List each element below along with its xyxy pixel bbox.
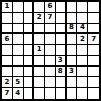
sudoku-cell-r6c2[interactable] [13,56,24,67]
sudoku-cell-r8c4[interactable] [34,77,45,88]
sudoku-cell-r3c3[interactable] [24,24,35,35]
sudoku-cell-r3c1[interactable] [2,24,13,35]
sudoku-cell-r6c7[interactable] [67,56,78,67]
sudoku-cell-r9c3[interactable] [24,88,35,99]
sudoku-cell-r3c4[interactable] [34,24,45,35]
sudoku-cell-r8c3[interactable] [24,77,35,88]
sudoku-cell-r8c6[interactable] [56,77,67,88]
sudoku-cell-r7c6[interactable]: 8 [56,67,67,78]
sudoku-cell-r7c5[interactable] [45,67,56,78]
sudoku-cell-r5c2[interactable] [13,45,24,56]
sudoku-cell-r1c7[interactable] [67,2,78,13]
sudoku-cell-r1c3[interactable] [24,2,35,13]
sudoku-cell-r6c9[interactable] [88,56,99,67]
sudoku-cell-r3c2[interactable] [13,24,24,35]
sudoku-cell-r9c4[interactable] [34,88,45,99]
sudoku-cell-r6c8[interactable] [77,56,88,67]
sudoku-cell-r2c8[interactable] [77,13,88,24]
sudoku-cell-r8c2[interactable]: 5 [13,77,24,88]
sudoku-cell-r3c7[interactable]: 8 [67,24,78,35]
sudoku-cell-r5c6[interactable] [56,45,67,56]
sudoku-cell-r4c2[interactable] [13,34,24,45]
sudoku-cell-r8c9[interactable] [88,77,99,88]
sudoku-cell-r6c5[interactable] [45,56,56,67]
sudoku-cell-r1c6[interactable] [56,2,67,13]
sudoku-cell-r7c4[interactable] [34,67,45,78]
sudoku-cell-r4c8[interactable]: 2 [77,34,88,45]
sudoku-cell-r6c1[interactable] [2,56,13,67]
sudoku-cell-r1c9[interactable] [88,2,99,13]
sudoku-cell-r2c2[interactable] [13,13,24,24]
sudoku-cell-r1c8[interactable] [77,2,88,13]
sudoku-cell-r2c4[interactable]: 2 [34,13,45,24]
sudoku-cell-r3c9[interactable] [88,24,99,35]
sudoku-cell-r5c9[interactable] [88,45,99,56]
sudoku-cell-r2c7[interactable] [67,13,78,24]
sudoku-cell-r1c2[interactable] [13,2,24,13]
sudoku-cell-r9c9[interactable] [88,88,99,99]
sudoku-cell-r7c8[interactable] [77,67,88,78]
sudoku-cell-r3c6[interactable] [56,24,67,35]
sudoku-cell-r9c1[interactable]: 7 [2,88,13,99]
sudoku-cell-r9c5[interactable] [45,88,56,99]
sudoku-cell-r9c6[interactable] [56,88,67,99]
sudoku-cell-r1c5[interactable]: 6 [45,2,56,13]
sudoku-cell-r7c7[interactable]: 3 [67,67,78,78]
sudoku-cell-r5c1[interactable] [2,45,13,56]
sudoku-cell-r4c6[interactable] [56,34,67,45]
sudoku-cell-r7c3[interactable] [24,67,35,78]
sudoku-cell-r9c8[interactable] [77,88,88,99]
sudoku-cell-r2c1[interactable] [2,13,13,24]
sudoku-cell-r5c8[interactable] [77,45,88,56]
sudoku-cell-r4c7[interactable] [67,34,78,45]
sudoku-cell-r6c6[interactable]: 3 [56,56,67,67]
sudoku-cell-r7c2[interactable] [13,67,24,78]
sudoku-cell-r4c4[interactable] [34,34,45,45]
sudoku-cell-r4c5[interactable] [45,34,56,45]
sudoku-cell-r5c4[interactable]: 1 [34,45,45,56]
sudoku-cell-r3c8[interactable]: 4 [77,24,88,35]
sudoku-cell-r6c4[interactable] [34,56,45,67]
sudoku-cell-r2c3[interactable] [24,13,35,24]
sudoku-cell-r8c7[interactable] [67,77,78,88]
sudoku-cell-r2c9[interactable] [88,13,99,24]
sudoku-cell-r2c5[interactable]: 7 [45,13,56,24]
sudoku-cell-r5c3[interactable] [24,45,35,56]
sudoku-puzzle: 16278462713832574 [0,0,101,101]
sudoku-cell-r6c3[interactable] [24,56,35,67]
sudoku-cell-r4c1[interactable]: 6 [2,34,13,45]
sudoku-cell-r9c7[interactable] [67,88,78,99]
sudoku-cell-r5c7[interactable] [67,45,78,56]
sudoku-cell-r7c9[interactable] [88,67,99,78]
sudoku-cell-r8c1[interactable]: 2 [2,77,13,88]
sudoku-cell-r4c3[interactable] [24,34,35,45]
sudoku-cell-r5c5[interactable] [45,45,56,56]
sudoku-cell-r7c1[interactable] [2,67,13,78]
sudoku-cell-r9c2[interactable]: 4 [13,88,24,99]
sudoku-cell-r2c6[interactable] [56,13,67,24]
sudoku-cell-r3c5[interactable] [45,24,56,35]
sudoku-cell-r1c4[interactable] [34,2,45,13]
sudoku-cell-r1c1[interactable]: 1 [2,2,13,13]
sudoku-cell-r8c8[interactable] [77,77,88,88]
sudoku-board: 16278462713832574 [0,0,101,101]
sudoku-cell-r4c9[interactable]: 7 [88,34,99,45]
sudoku-cell-r8c5[interactable] [45,77,56,88]
